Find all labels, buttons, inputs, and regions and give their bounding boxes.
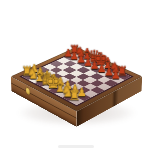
watermark: [58, 145, 94, 148]
piece-yellow-rook: ♜: [65, 88, 84, 102]
chess-set-scene: ♜♞♝♛♚♝♞♜♟♟♟♟♟♟♟♟♟♟♟♟♟♟♟♟♜♞♝♛♚♝♞♜: [0, 0, 150, 150]
piece-red-pawn: ♟: [107, 70, 125, 81]
chess-board: ♜♞♝♛♚♝♞♜♟♟♟♟♟♟♟♟♟♟♟♟♟♟♟♟♜♞♝♛♚♝♞♜: [11, 47, 143, 111]
product-photo: ♜♞♝♛♚♝♞♜♟♟♟♟♟♟♟♟♟♟♟♟♟♟♟♟♜♞♝♛♚♝♞♜: [0, 0, 150, 150]
brass-latch-icon: [26, 87, 30, 95]
square-h1: ♜: [69, 97, 83, 104]
square-f5: [83, 77, 97, 84]
